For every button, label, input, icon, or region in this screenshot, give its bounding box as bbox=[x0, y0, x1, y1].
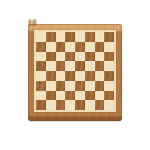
square-c3[interactable] bbox=[56, 81, 66, 91]
square-b4[interactable] bbox=[46, 71, 56, 81]
chess-board bbox=[28, 24, 122, 121]
photo-background bbox=[0, 0, 150, 150]
square-a5[interactable] bbox=[36, 61, 46, 71]
square-g2[interactable] bbox=[95, 91, 105, 101]
square-b8[interactable] bbox=[46, 32, 56, 42]
square-d1[interactable] bbox=[65, 100, 75, 110]
square-a8[interactable] bbox=[36, 32, 46, 42]
square-f6[interactable] bbox=[85, 52, 95, 62]
square-b3[interactable] bbox=[46, 81, 56, 91]
square-e7[interactable] bbox=[75, 42, 85, 52]
square-c5[interactable] bbox=[56, 61, 66, 71]
square-h3[interactable] bbox=[104, 81, 114, 91]
square-e5[interactable] bbox=[75, 61, 85, 71]
square-g6[interactable] bbox=[95, 52, 105, 62]
square-c6[interactable] bbox=[56, 52, 66, 62]
square-f1[interactable] bbox=[85, 100, 95, 110]
square-c7[interactable] bbox=[56, 42, 66, 52]
square-e3[interactable] bbox=[75, 81, 85, 91]
square-b2[interactable] bbox=[46, 91, 56, 101]
square-f3[interactable] bbox=[85, 81, 95, 91]
square-a2[interactable] bbox=[36, 91, 46, 101]
square-f4[interactable] bbox=[85, 71, 95, 81]
square-g5[interactable] bbox=[95, 61, 105, 71]
square-e2[interactable] bbox=[75, 91, 85, 101]
square-c1[interactable] bbox=[56, 100, 66, 110]
square-e4[interactable] bbox=[75, 71, 85, 81]
square-g3[interactable] bbox=[95, 81, 105, 91]
square-f7[interactable] bbox=[85, 42, 95, 52]
square-g1[interactable] bbox=[95, 100, 105, 110]
hinge-knuckle bbox=[29, 20, 32, 25]
square-a3[interactable] bbox=[36, 81, 46, 91]
square-e8[interactable] bbox=[75, 32, 85, 42]
square-b5[interactable] bbox=[46, 61, 56, 71]
square-d2[interactable] bbox=[65, 91, 75, 101]
square-g4[interactable] bbox=[95, 71, 105, 81]
square-c4[interactable] bbox=[56, 71, 66, 81]
square-g8[interactable] bbox=[95, 32, 105, 42]
square-a4[interactable] bbox=[36, 71, 46, 81]
square-d7[interactable] bbox=[65, 42, 75, 52]
square-d8[interactable] bbox=[65, 32, 75, 42]
square-a1[interactable] bbox=[36, 100, 46, 110]
square-c8[interactable] bbox=[56, 32, 66, 42]
square-h5[interactable] bbox=[104, 61, 114, 71]
square-a6[interactable] bbox=[36, 52, 46, 62]
square-d3[interactable] bbox=[65, 81, 75, 91]
hinge-knuckle bbox=[33, 20, 36, 25]
square-g7[interactable] bbox=[95, 42, 105, 52]
square-f8[interactable] bbox=[85, 32, 95, 42]
square-h8[interactable] bbox=[104, 32, 114, 42]
square-e1[interactable] bbox=[75, 100, 85, 110]
square-b1[interactable] bbox=[46, 100, 56, 110]
chess-grid bbox=[36, 32, 114, 110]
square-h2[interactable] bbox=[104, 91, 114, 101]
board-inner-border bbox=[34, 30, 116, 112]
square-d5[interactable] bbox=[65, 61, 75, 71]
square-d4[interactable] bbox=[65, 71, 75, 81]
square-h1[interactable] bbox=[104, 100, 114, 110]
square-f2[interactable] bbox=[85, 91, 95, 101]
square-h7[interactable] bbox=[104, 42, 114, 52]
square-a7[interactable] bbox=[36, 42, 46, 52]
square-b6[interactable] bbox=[46, 52, 56, 62]
square-f5[interactable] bbox=[85, 61, 95, 71]
square-d6[interactable] bbox=[65, 52, 75, 62]
square-e6[interactable] bbox=[75, 52, 85, 62]
square-b7[interactable] bbox=[46, 42, 56, 52]
right-hinge-icon bbox=[28, 20, 36, 25]
square-h4[interactable] bbox=[104, 71, 114, 81]
square-h6[interactable] bbox=[104, 52, 114, 62]
square-c2[interactable] bbox=[56, 91, 66, 101]
